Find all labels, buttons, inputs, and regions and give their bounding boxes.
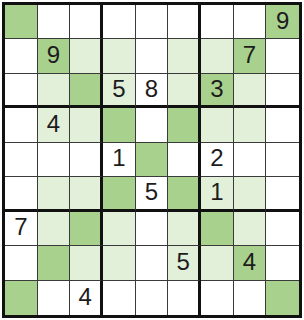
cell-r5c4[interactable]: 1 [103,143,136,177]
cell-r5c2[interactable] [38,143,71,177]
cell-r4c7[interactable] [201,108,234,142]
cell-r9c9[interactable] [266,281,299,315]
cell-r2c3[interactable] [70,39,103,73]
given-digit: 5 [145,180,158,204]
given-digit: 3 [210,77,223,101]
cell-r6c6[interactable] [168,177,201,211]
cell-r7c5[interactable] [136,212,169,246]
cell-r5c5[interactable] [136,143,169,177]
given-digit: 8 [145,77,158,101]
given-digit: 9 [47,43,60,67]
cell-r1c4[interactable] [103,5,136,39]
cell-r8c9[interactable] [266,246,299,280]
cell-r4c5[interactable] [136,108,169,142]
cell-r1c2[interactable] [38,5,71,39]
cell-r6c4[interactable] [103,177,136,211]
cell-r4c2[interactable]: 4 [38,108,71,142]
cell-r9c1[interactable] [5,281,38,315]
cell-r4c9[interactable] [266,108,299,142]
cell-r1c9[interactable]: 9 [266,5,299,39]
cell-r4c1[interactable] [5,108,38,142]
cell-r2c8[interactable]: 7 [234,39,267,73]
given-digit: 1 [210,180,223,204]
cell-r3c4[interactable]: 5 [103,74,136,108]
given-digit: 4 [47,112,60,136]
cell-r2c6[interactable] [168,39,201,73]
cell-r2c9[interactable] [266,39,299,73]
given-digit: 7 [14,215,27,239]
cell-r9c3[interactable]: 4 [70,281,103,315]
cell-r7c8[interactable] [234,212,267,246]
cell-r6c9[interactable] [266,177,299,211]
cell-r6c3[interactable] [70,177,103,211]
cell-r3c2[interactable] [38,74,71,108]
cell-r9c7[interactable] [201,281,234,315]
cell-r2c1[interactable] [5,39,38,73]
cell-r8c2[interactable] [38,246,71,280]
cell-r8c3[interactable] [70,246,103,280]
cell-r8c1[interactable] [5,246,38,280]
cell-r3c7[interactable]: 3 [201,74,234,108]
cell-r1c6[interactable] [168,5,201,39]
cell-r5c9[interactable] [266,143,299,177]
given-digit: 4 [243,250,256,274]
cell-r8c6[interactable]: 5 [168,246,201,280]
cell-r3c6[interactable] [168,74,201,108]
cell-r6c7[interactable]: 1 [201,177,234,211]
cell-r9c2[interactable] [38,281,71,315]
cell-r6c5[interactable]: 5 [136,177,169,211]
cell-r2c7[interactable] [201,39,234,73]
given-digit: 9 [276,9,289,33]
cell-r6c8[interactable] [234,177,267,211]
given-digit: 5 [176,250,189,274]
cell-r2c4[interactable] [103,39,136,73]
cell-r7c4[interactable] [103,212,136,246]
cell-r1c7[interactable] [201,5,234,39]
cell-r8c7[interactable] [201,246,234,280]
cell-r4c4[interactable] [103,108,136,142]
cell-r5c1[interactable] [5,143,38,177]
cell-r8c5[interactable] [136,246,169,280]
cell-r4c8[interactable] [234,108,267,142]
cell-r1c5[interactable] [136,5,169,39]
cell-r7c6[interactable] [168,212,201,246]
cell-r9c8[interactable] [234,281,267,315]
given-digit: 5 [112,77,125,101]
cell-r5c6[interactable] [168,143,201,177]
cell-r2c5[interactable] [136,39,169,73]
cell-r1c8[interactable] [234,5,267,39]
cell-r8c8[interactable]: 4 [234,246,267,280]
cell-r1c3[interactable] [70,5,103,39]
cell-r3c5[interactable]: 8 [136,74,169,108]
sudoku-board: 997583412517544 [2,2,302,318]
cell-r2c2[interactable]: 9 [38,39,71,73]
cell-r7c1[interactable]: 7 [5,212,38,246]
cell-r7c3[interactable] [70,212,103,246]
cell-r7c2[interactable] [38,212,71,246]
cell-r9c6[interactable] [168,281,201,315]
cell-r9c5[interactable] [136,281,169,315]
given-digit: 7 [243,43,256,67]
cell-r3c8[interactable] [234,74,267,108]
cell-r3c3[interactable] [70,74,103,108]
cell-r3c1[interactable] [5,74,38,108]
cell-r5c3[interactable] [70,143,103,177]
cell-r5c8[interactable] [234,143,267,177]
given-digit: 2 [210,146,223,170]
cell-r3c9[interactable] [266,74,299,108]
cell-r4c3[interactable] [70,108,103,142]
given-digit: 4 [78,285,91,309]
cell-r5c7[interactable]: 2 [201,143,234,177]
cell-r8c4[interactable] [103,246,136,280]
cell-r6c1[interactable] [5,177,38,211]
cell-r7c9[interactable] [266,212,299,246]
cell-r4c6[interactable] [168,108,201,142]
cell-r7c7[interactable] [201,212,234,246]
cell-r9c4[interactable] [103,281,136,315]
cell-r6c2[interactable] [38,177,71,211]
given-digit: 1 [112,146,125,170]
cell-r1c1[interactable] [5,5,38,39]
